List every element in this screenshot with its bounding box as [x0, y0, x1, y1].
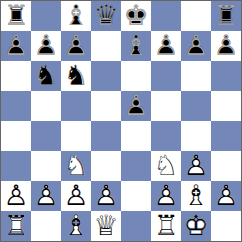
square-g7[interactable]: ♟♙ — [181, 31, 211, 61]
piece-outline-glyph: ♖ — [1, 1, 31, 31]
square-e8[interactable]: ♚♔ — [121, 1, 151, 31]
square-h3[interactable] — [211, 151, 241, 181]
black-pawn[interactable]: ♟♙ — [61, 31, 91, 61]
square-e2[interactable] — [121, 181, 151, 211]
white-bishop[interactable]: ♝♗ — [61, 211, 91, 241]
white-bishop[interactable]: ♝♗ — [181, 181, 211, 211]
black-bishop[interactable]: ♝♗ — [61, 1, 91, 31]
white-king[interactable]: ♚♔ — [181, 211, 211, 241]
piece-outline-glyph: ♗ — [181, 181, 211, 211]
piece-outline-glyph: ♗ — [121, 31, 151, 61]
square-c1[interactable]: ♝♗ — [61, 211, 91, 241]
square-g3[interactable]: ♟♙ — [181, 151, 211, 181]
square-c7[interactable]: ♟♙ — [61, 31, 91, 61]
piece-outline-glyph: ♙ — [181, 151, 211, 181]
piece-outline-glyph: ♙ — [211, 31, 241, 61]
square-g6[interactable] — [181, 61, 211, 91]
square-f7[interactable]: ♟♙ — [151, 31, 181, 61]
white-pawn[interactable]: ♟♙ — [61, 181, 91, 211]
piece-outline-glyph: ♙ — [211, 181, 241, 211]
black-king[interactable]: ♚♔ — [121, 1, 151, 31]
black-rook[interactable]: ♜♖ — [1, 1, 31, 31]
piece-outline-glyph: ♘ — [151, 151, 181, 181]
square-h7[interactable]: ♟♙ — [211, 31, 241, 61]
square-b5[interactable] — [31, 91, 61, 121]
square-c5[interactable] — [61, 91, 91, 121]
piece-outline-glyph: ♙ — [121, 91, 151, 121]
black-rook[interactable]: ♜♖ — [211, 1, 241, 31]
chess-board: ♜♖♝♗♛♕♚♔♜♖♟♙♟♙♟♙♝♗♟♙♟♙♟♙♞♘♞♘♟♙♞♘♞♘♟♙♟♙♟♙… — [0, 0, 242, 242]
square-a2[interactable]: ♟♙ — [1, 181, 31, 211]
white-pawn[interactable]: ♟♙ — [31, 181, 61, 211]
square-c4[interactable] — [61, 121, 91, 151]
square-f5[interactable] — [151, 91, 181, 121]
square-e1[interactable] — [121, 211, 151, 241]
square-b4[interactable] — [31, 121, 61, 151]
square-e5[interactable]: ♟♙ — [121, 91, 151, 121]
square-f6[interactable] — [151, 61, 181, 91]
piece-outline-glyph: ♙ — [31, 31, 61, 61]
square-h5[interactable] — [211, 91, 241, 121]
piece-outline-glyph: ♙ — [91, 181, 121, 211]
piece-outline-glyph: ♖ — [211, 1, 241, 31]
black-pawn[interactable]: ♟♙ — [151, 31, 181, 61]
square-f1[interactable]: ♜♖ — [151, 211, 181, 241]
square-d1[interactable]: ♛♕ — [91, 211, 121, 241]
piece-outline-glyph: ♕ — [91, 1, 121, 31]
black-pawn[interactable]: ♟♙ — [211, 31, 241, 61]
square-f8[interactable] — [151, 1, 181, 31]
piece-outline-glyph: ♖ — [1, 211, 31, 241]
piece-outline-glyph: ♙ — [31, 181, 61, 211]
piece-outline-glyph: ♘ — [31, 61, 61, 91]
square-d2[interactable]: ♟♙ — [91, 181, 121, 211]
white-pawn[interactable]: ♟♙ — [91, 181, 121, 211]
square-g2[interactable]: ♝♗ — [181, 181, 211, 211]
piece-outline-glyph: ♘ — [61, 61, 91, 91]
square-h6[interactable] — [211, 61, 241, 91]
white-queen[interactable]: ♛♕ — [91, 211, 121, 241]
square-a6[interactable] — [1, 61, 31, 91]
piece-outline-glyph: ♗ — [61, 1, 91, 31]
square-a4[interactable] — [1, 121, 31, 151]
square-d4[interactable] — [91, 121, 121, 151]
square-e6[interactable] — [121, 61, 151, 91]
square-e7[interactable]: ♝♗ — [121, 31, 151, 61]
black-bishop[interactable]: ♝♗ — [121, 31, 151, 61]
square-e4[interactable] — [121, 121, 151, 151]
square-d7[interactable] — [91, 31, 121, 61]
square-c6[interactable]: ♞♘ — [61, 61, 91, 91]
square-h8[interactable]: ♜♖ — [211, 1, 241, 31]
piece-outline-glyph: ♙ — [61, 31, 91, 61]
square-b1[interactable] — [31, 211, 61, 241]
square-h4[interactable] — [211, 121, 241, 151]
white-knight[interactable]: ♞♘ — [151, 151, 181, 181]
square-f2[interactable]: ♟♙ — [151, 181, 181, 211]
square-b3[interactable] — [31, 151, 61, 181]
piece-outline-glyph: ♙ — [1, 31, 31, 61]
square-a3[interactable] — [1, 151, 31, 181]
piece-outline-glyph: ♗ — [61, 211, 91, 241]
square-b8[interactable] — [31, 1, 61, 31]
black-pawn[interactable]: ♟♙ — [181, 31, 211, 61]
square-a8[interactable]: ♜♖ — [1, 1, 31, 31]
square-c3[interactable]: ♞♘ — [61, 151, 91, 181]
square-g1[interactable]: ♚♔ — [181, 211, 211, 241]
square-a1[interactable]: ♜♖ — [1, 211, 31, 241]
square-f3[interactable]: ♞♘ — [151, 151, 181, 181]
square-g8[interactable] — [181, 1, 211, 31]
square-f4[interactable] — [151, 121, 181, 151]
square-d8[interactable]: ♛♕ — [91, 1, 121, 31]
square-d3[interactable] — [91, 151, 121, 181]
square-g4[interactable] — [181, 121, 211, 151]
square-d5[interactable] — [91, 91, 121, 121]
piece-outline-glyph: ♕ — [91, 211, 121, 241]
square-g5[interactable] — [181, 91, 211, 121]
piece-outline-glyph: ♔ — [121, 1, 151, 31]
black-knight[interactable]: ♞♘ — [61, 61, 91, 91]
white-pawn[interactable]: ♟♙ — [151, 181, 181, 211]
square-c8[interactable]: ♝♗ — [61, 1, 91, 31]
black-pawn[interactable]: ♟♙ — [121, 91, 151, 121]
black-pawn[interactable]: ♟♙ — [1, 31, 31, 61]
piece-outline-glyph: ♖ — [151, 211, 181, 241]
square-h1[interactable] — [211, 211, 241, 241]
black-queen[interactable]: ♛♕ — [91, 1, 121, 31]
piece-outline-glyph: ♙ — [1, 181, 31, 211]
square-c2[interactable]: ♟♙ — [61, 181, 91, 211]
square-d6[interactable] — [91, 61, 121, 91]
white-pawn[interactable]: ♟♙ — [211, 181, 241, 211]
piece-outline-glyph: ♙ — [61, 181, 91, 211]
white-pawn[interactable]: ♟♙ — [181, 151, 211, 181]
square-b2[interactable]: ♟♙ — [31, 181, 61, 211]
black-knight[interactable]: ♞♘ — [31, 61, 61, 91]
square-h2[interactable]: ♟♙ — [211, 181, 241, 211]
piece-outline-glyph: ♙ — [151, 31, 181, 61]
white-knight[interactable]: ♞♘ — [61, 151, 91, 181]
white-pawn[interactable]: ♟♙ — [1, 181, 31, 211]
square-e3[interactable] — [121, 151, 151, 181]
square-b6[interactable]: ♞♘ — [31, 61, 61, 91]
square-a7[interactable]: ♟♙ — [1, 31, 31, 61]
white-rook[interactable]: ♜♖ — [1, 211, 31, 241]
square-b7[interactable]: ♟♙ — [31, 31, 61, 61]
white-rook[interactable]: ♜♖ — [151, 211, 181, 241]
piece-outline-glyph: ♔ — [181, 211, 211, 241]
black-pawn[interactable]: ♟♙ — [31, 31, 61, 61]
piece-outline-glyph: ♘ — [61, 151, 91, 181]
piece-outline-glyph: ♙ — [151, 181, 181, 211]
square-a5[interactable] — [1, 91, 31, 121]
piece-outline-glyph: ♙ — [181, 31, 211, 61]
